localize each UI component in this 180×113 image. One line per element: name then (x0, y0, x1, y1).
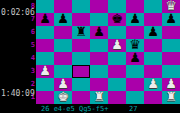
square-a2[interactable] (36, 78, 54, 91)
piece-black-pawn-f4[interactable]: ♟ (129, 51, 141, 64)
square-g6[interactable]: ♟ (144, 26, 162, 39)
square-d1[interactable]: ♜ (90, 91, 108, 104)
square-f3[interactable] (126, 65, 144, 78)
square-a1[interactable] (36, 91, 54, 104)
piece-white-pawn-e5[interactable]: ♟ (111, 38, 123, 51)
piece-white-pawn-a3[interactable]: ♟ (39, 64, 51, 77)
square-c1[interactable] (72, 91, 90, 104)
next-move-number: 27 (129, 106, 137, 113)
square-c6[interactable]: ♜ (72, 26, 90, 39)
rank-label-6: 6 (0, 29, 35, 36)
piece-black-king-e7[interactable]: ♚ (111, 12, 123, 25)
square-d3[interactable] (90, 65, 108, 78)
square-a5[interactable] (36, 39, 54, 52)
square-g8[interactable] (144, 0, 162, 13)
square-e5[interactable]: ♟ (108, 39, 126, 52)
square-f4[interactable]: ♟ (126, 52, 144, 65)
piece-black-rook-c6[interactable]: ♜ (75, 25, 87, 38)
piece-white-pawn-g2[interactable]: ♟ (147, 77, 159, 90)
bottom-clock: 1:40:09 (1, 90, 35, 98)
square-e3[interactable] (108, 65, 126, 78)
square-a6[interactable] (36, 26, 54, 39)
square-c3[interactable] (72, 65, 90, 78)
piece-white-king-b1[interactable]: ♚ (57, 90, 69, 103)
square-f2[interactable] (126, 78, 144, 91)
piece-black-pawn-f7[interactable]: ♟ (129, 12, 141, 25)
square-c5[interactable] (72, 39, 90, 52)
rank-label-5: 5 (0, 42, 35, 49)
square-f7[interactable]: ♟ (126, 13, 144, 26)
square-g2[interactable]: ♟ (144, 78, 162, 91)
square-b1[interactable]: ♚ (54, 91, 72, 104)
square-g1[interactable] (144, 91, 162, 104)
square-e1[interactable] (108, 91, 126, 104)
square-h5[interactable] (162, 39, 180, 52)
last-moves-text: 26 e4-e5 Qg5-f5+ (41, 106, 108, 113)
rank-label-4: 4 (0, 55, 35, 62)
piece-black-pawn-h7[interactable]: ♟ (165, 12, 177, 25)
square-d5[interactable] (90, 39, 108, 52)
square-a7[interactable]: ♟ (36, 13, 54, 26)
square-b5[interactable] (54, 39, 72, 52)
move-list-line: 26 e4-e5 Qg5-f5+ 27 (0, 106, 180, 113)
square-g4[interactable] (144, 52, 162, 65)
square-h7[interactable]: ♟ (162, 13, 180, 26)
square-d4[interactable] (90, 52, 108, 65)
square-h4[interactable] (162, 52, 180, 65)
rank-label-3: 3 (0, 68, 35, 75)
square-b6[interactable] (54, 26, 72, 39)
rank-label-8: 8 (0, 3, 35, 10)
square-h1[interactable]: ♜ (162, 91, 180, 104)
square-e7[interactable]: ♚ (108, 13, 126, 26)
board: ♛♟♟♚♟♟♜♟♟♟♛♟♟♟♟♟♚♜♜ (36, 0, 180, 104)
square-d6[interactable]: ♟ (90, 26, 108, 39)
piece-white-rook-h1[interactable]: ♜ (165, 90, 177, 103)
square-h6[interactable] (162, 26, 180, 39)
square-e4[interactable] (108, 52, 126, 65)
square-c4[interactable] (72, 52, 90, 65)
piece-white-rook-d1[interactable]: ♜ (93, 90, 105, 103)
chess-game-screen: 0:02:06 87654321 ♛♟♟♚♟♟♜♟♟♟♛♟♟♟♟♟♚♜♜ 1:4… (0, 0, 180, 113)
square-f1[interactable] (126, 91, 144, 104)
square-d8[interactable] (90, 0, 108, 13)
piece-black-pawn-g6[interactable]: ♟ (147, 25, 159, 38)
square-g5[interactable] (144, 39, 162, 52)
piece-black-pawn-d6[interactable]: ♟ (93, 25, 105, 38)
square-c8[interactable] (72, 0, 90, 13)
rank-label-2: 2 (0, 81, 35, 88)
square-b4[interactable] (54, 52, 72, 65)
rank-label-7: 7 (0, 16, 35, 23)
square-e2[interactable] (108, 78, 126, 91)
square-b7[interactable]: ♟ (54, 13, 72, 26)
square-c2[interactable] (72, 78, 90, 91)
piece-black-pawn-a7[interactable]: ♟ (39, 12, 51, 25)
piece-black-pawn-b7[interactable]: ♟ (57, 12, 69, 25)
square-a3[interactable]: ♟ (36, 65, 54, 78)
